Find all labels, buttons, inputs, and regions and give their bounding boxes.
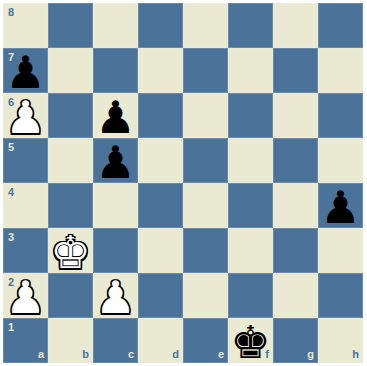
file-label-e: e (218, 349, 224, 360)
square-e8[interactable] (183, 3, 228, 48)
square-e2[interactable] (183, 273, 228, 318)
square-f8[interactable] (228, 3, 273, 48)
square-g6[interactable] (273, 93, 318, 138)
square-c4[interactable] (93, 183, 138, 228)
square-b2[interactable] (48, 273, 93, 318)
square-c2[interactable]: ♟ (93, 273, 138, 318)
piece-black-pawn[interactable]: ♟ (318, 185, 363, 230)
square-c1[interactable]: c (93, 318, 138, 363)
file-label-h: h (352, 349, 359, 360)
square-e1[interactable]: e (183, 318, 228, 363)
square-e3[interactable] (183, 228, 228, 273)
piece-black-pawn[interactable]: ♟ (93, 95, 138, 140)
rank-label-5: 5 (8, 142, 14, 153)
chess-board-frame: 87♟6♟♟5♟4♟3♚2♟♟1abcdef♚gh (0, 0, 367, 366)
rank-label-4: 4 (8, 187, 14, 198)
piece-white-pawn[interactable]: ♟ (3, 275, 48, 320)
square-b1[interactable]: b (48, 318, 93, 363)
piece-white-pawn[interactable]: ♟ (3, 95, 48, 140)
square-d8[interactable] (138, 3, 183, 48)
square-d7[interactable] (138, 48, 183, 93)
square-b5[interactable] (48, 138, 93, 183)
rank-label-8: 8 (8, 7, 14, 18)
square-a1[interactable]: 1a (3, 318, 48, 363)
square-h5[interactable] (318, 138, 363, 183)
square-h1[interactable]: h (318, 318, 363, 363)
square-f6[interactable] (228, 93, 273, 138)
square-e7[interactable] (183, 48, 228, 93)
square-e5[interactable] (183, 138, 228, 183)
square-g4[interactable] (273, 183, 318, 228)
square-d5[interactable] (138, 138, 183, 183)
square-d2[interactable] (138, 273, 183, 318)
square-h4[interactable]: ♟ (318, 183, 363, 228)
square-f5[interactable] (228, 138, 273, 183)
square-g7[interactable] (273, 48, 318, 93)
square-d6[interactable] (138, 93, 183, 138)
square-b3[interactable]: ♚ (48, 228, 93, 273)
square-f2[interactable] (228, 273, 273, 318)
square-a2[interactable]: 2♟ (3, 273, 48, 318)
square-d1[interactable]: d (138, 318, 183, 363)
square-g2[interactable] (273, 273, 318, 318)
chess-board: 87♟6♟♟5♟4♟3♚2♟♟1abcdef♚gh (3, 3, 363, 363)
square-a6[interactable]: 6♟ (3, 93, 48, 138)
square-d4[interactable] (138, 183, 183, 228)
piece-black-pawn[interactable]: ♟ (3, 50, 48, 95)
rank-label-1: 1 (8, 322, 14, 333)
square-a4[interactable]: 4 (3, 183, 48, 228)
piece-white-king[interactable]: ♚ (48, 230, 93, 275)
square-f4[interactable] (228, 183, 273, 228)
square-h8[interactable] (318, 3, 363, 48)
square-g8[interactable] (273, 3, 318, 48)
square-e6[interactable] (183, 93, 228, 138)
file-label-c: c (128, 349, 134, 360)
piece-black-king[interactable]: ♚ (228, 320, 273, 365)
square-h2[interactable] (318, 273, 363, 318)
square-c7[interactable] (93, 48, 138, 93)
square-h3[interactable] (318, 228, 363, 273)
square-g1[interactable]: g (273, 318, 318, 363)
file-label-a: a (38, 349, 44, 360)
square-b4[interactable] (48, 183, 93, 228)
square-e4[interactable] (183, 183, 228, 228)
square-h7[interactable] (318, 48, 363, 93)
square-a8[interactable]: 8 (3, 3, 48, 48)
square-c3[interactable] (93, 228, 138, 273)
square-a3[interactable]: 3 (3, 228, 48, 273)
square-f1[interactable]: f♚ (228, 318, 273, 363)
file-label-d: d (172, 349, 179, 360)
piece-black-pawn[interactable]: ♟ (93, 140, 138, 185)
square-g5[interactable] (273, 138, 318, 183)
square-d3[interactable] (138, 228, 183, 273)
square-b8[interactable] (48, 3, 93, 48)
square-a5[interactable]: 5 (3, 138, 48, 183)
square-b6[interactable] (48, 93, 93, 138)
file-label-b: b (82, 349, 89, 360)
square-b7[interactable] (48, 48, 93, 93)
square-c6[interactable]: ♟ (93, 93, 138, 138)
square-f3[interactable] (228, 228, 273, 273)
rank-label-3: 3 (8, 232, 14, 243)
square-c5[interactable]: ♟ (93, 138, 138, 183)
file-label-g: g (307, 349, 314, 360)
square-g3[interactable] (273, 228, 318, 273)
piece-white-pawn[interactable]: ♟ (93, 275, 138, 320)
square-f7[interactable] (228, 48, 273, 93)
square-c8[interactable] (93, 3, 138, 48)
square-a7[interactable]: 7♟ (3, 48, 48, 93)
square-h6[interactable] (318, 93, 363, 138)
